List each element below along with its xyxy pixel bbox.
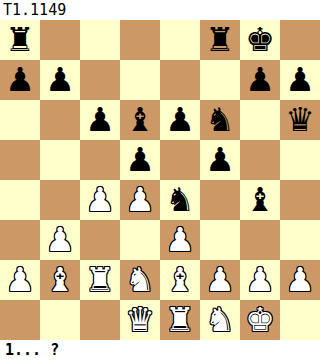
white-pawn: ♟ [205,260,235,300]
square-b3[interactable]: ♟ [40,220,80,260]
black-knight: ♞ [205,100,235,140]
black-pawn: ♟ [205,140,235,180]
square-d6[interactable]: ♝ [120,100,160,140]
square-c5[interactable] [80,140,120,180]
square-a6[interactable] [0,100,40,140]
square-b4[interactable] [40,180,80,220]
white-pawn: ♟ [85,180,115,220]
square-g2[interactable]: ♟ [240,260,280,300]
square-h7[interactable]: ♟ [280,60,320,100]
square-e3[interactable]: ♟ [160,220,200,260]
white-king: ♚ [245,300,275,340]
white-queen: ♛ [125,300,155,340]
square-f7[interactable] [200,60,240,100]
square-g7[interactable]: ♟ [240,60,280,100]
move-prompt: 1... ? [0,340,320,360]
square-f1[interactable]: ♞ [200,300,240,340]
white-pawn: ♟ [245,260,275,300]
square-f4[interactable] [200,180,240,220]
square-b2[interactable]: ♝ [40,260,80,300]
black-pawn: ♟ [5,60,35,100]
square-h2[interactable]: ♟ [280,260,320,300]
square-f5[interactable]: ♟ [200,140,240,180]
square-a5[interactable] [0,140,40,180]
square-a7[interactable]: ♟ [0,60,40,100]
white-bishop: ♝ [165,260,195,300]
square-d4[interactable]: ♟ [120,180,160,220]
square-g1[interactable]: ♚ [240,300,280,340]
black-pawn: ♟ [285,60,315,100]
white-pawn: ♟ [5,260,35,300]
chess-board: ♜♜♚♟♟♟♟♟♝♟♞♛♟♟♟♟♞♝♟♟♟♝♜♞♝♟♟♟♛♜♞♚ [0,20,320,340]
square-e1[interactable]: ♜ [160,300,200,340]
black-bishop: ♝ [245,180,275,220]
white-pawn: ♟ [45,220,75,260]
black-king: ♚ [245,20,275,60]
square-e6[interactable]: ♟ [160,100,200,140]
square-e8[interactable] [160,20,200,60]
square-d1[interactable]: ♛ [120,300,160,340]
puzzle-title: T1.1149 [0,0,320,20]
square-e7[interactable] [160,60,200,100]
square-g6[interactable] [240,100,280,140]
square-b1[interactable] [40,300,80,340]
square-g3[interactable] [240,220,280,260]
square-a1[interactable] [0,300,40,340]
square-h5[interactable] [280,140,320,180]
white-pawn: ♟ [165,220,195,260]
black-pawn: ♟ [125,140,155,180]
square-d2[interactable]: ♞ [120,260,160,300]
square-a4[interactable] [0,180,40,220]
white-rook: ♜ [85,260,115,300]
square-a3[interactable] [0,220,40,260]
square-h6[interactable]: ♛ [280,100,320,140]
black-knight: ♞ [165,180,195,220]
square-f6[interactable]: ♞ [200,100,240,140]
black-queen: ♛ [285,100,315,140]
black-bishop: ♝ [125,100,155,140]
square-c8[interactable] [80,20,120,60]
square-h1[interactable] [280,300,320,340]
square-e2[interactable]: ♝ [160,260,200,300]
square-e5[interactable] [160,140,200,180]
square-g5[interactable] [240,140,280,180]
square-h3[interactable] [280,220,320,260]
square-b6[interactable] [40,100,80,140]
square-c7[interactable] [80,60,120,100]
square-d3[interactable] [120,220,160,260]
black-pawn: ♟ [85,100,115,140]
square-d7[interactable] [120,60,160,100]
black-pawn: ♟ [245,60,275,100]
black-pawn: ♟ [45,60,75,100]
square-f8[interactable]: ♜ [200,20,240,60]
square-a8[interactable]: ♜ [0,20,40,60]
square-e4[interactable]: ♞ [160,180,200,220]
square-d8[interactable] [120,20,160,60]
white-pawn: ♟ [285,260,315,300]
square-c4[interactable]: ♟ [80,180,120,220]
square-c3[interactable] [80,220,120,260]
chess-puzzle-app: T1.1149 ♜♜♚♟♟♟♟♟♝♟♞♛♟♟♟♟♞♝♟♟♟♝♜♞♝♟♟♟♛♜♞♚… [0,0,320,360]
square-b7[interactable]: ♟ [40,60,80,100]
square-g4[interactable]: ♝ [240,180,280,220]
square-h8[interactable] [280,20,320,60]
white-knight: ♞ [125,260,155,300]
square-b8[interactable] [40,20,80,60]
black-rook: ♜ [5,20,35,60]
square-h4[interactable] [280,180,320,220]
square-d5[interactable]: ♟ [120,140,160,180]
black-rook: ♜ [205,20,235,60]
square-g8[interactable]: ♚ [240,20,280,60]
square-f3[interactable] [200,220,240,260]
square-f2[interactable]: ♟ [200,260,240,300]
square-c6[interactable]: ♟ [80,100,120,140]
square-c2[interactable]: ♜ [80,260,120,300]
white-knight: ♞ [205,300,235,340]
white-rook: ♜ [165,300,195,340]
white-bishop: ♝ [45,260,75,300]
square-a2[interactable]: ♟ [0,260,40,300]
square-c1[interactable] [80,300,120,340]
square-b5[interactable] [40,140,80,180]
black-pawn: ♟ [165,100,195,140]
white-pawn: ♟ [125,180,155,220]
